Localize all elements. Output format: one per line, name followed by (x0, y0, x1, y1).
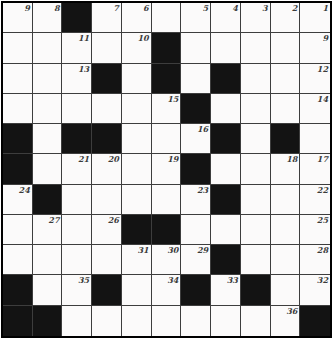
cell-r9c10[interactable] (271, 245, 301, 275)
clue-number-20: 20 (108, 154, 119, 164)
black-cell-r5c4 (92, 124, 122, 154)
cell-r9c5[interactable]: 31 (122, 245, 152, 275)
black-cell-r3c6 (152, 64, 182, 94)
cell-r1c5[interactable]: 6 (122, 3, 152, 33)
clue-number-4: 4 (232, 3, 238, 13)
clue-number-24: 24 (19, 185, 30, 195)
clue-number-32: 32 (317, 275, 328, 285)
cell-r9c9[interactable] (241, 245, 271, 275)
clue-number-29: 29 (197, 245, 208, 255)
black-cell-r10c9 (241, 275, 271, 305)
cell-r2c3[interactable]: 11 (62, 33, 92, 63)
black-cell-r7c8 (211, 185, 241, 215)
clue-number-30: 30 (167, 245, 178, 255)
cell-r7c6[interactable] (152, 185, 182, 215)
cell-r2c2[interactable] (33, 33, 63, 63)
cell-r7c5[interactable] (122, 185, 152, 215)
cell-r5c2[interactable] (33, 124, 63, 154)
black-cell-r9c8 (211, 245, 241, 275)
clue-number-6: 6 (143, 3, 149, 13)
cell-r3c1[interactable] (3, 64, 33, 94)
black-cell-r8c6 (152, 215, 182, 245)
cell-r7c11[interactable]: 22 (300, 185, 330, 215)
cell-r9c4[interactable] (92, 245, 122, 275)
cell-r9c1[interactable] (3, 245, 33, 275)
clue-number-17: 17 (317, 154, 328, 164)
cell-r1c8[interactable]: 4 (211, 3, 241, 33)
clue-number-25: 25 (317, 215, 328, 225)
black-cell-r8c5 (122, 215, 152, 245)
black-cell-r3c4 (92, 64, 122, 94)
cell-r7c9[interactable] (241, 185, 271, 215)
cell-r8c10[interactable] (271, 215, 301, 245)
cell-r2c1[interactable] (3, 33, 33, 63)
cell-r2c7[interactable] (181, 33, 211, 63)
cell-r4c6[interactable]: 15 (152, 94, 182, 124)
cell-r3c2[interactable] (33, 64, 63, 94)
cell-r1c11[interactable]: 1 (300, 3, 330, 33)
cell-r7c7[interactable]: 23 (181, 185, 211, 215)
black-cell-r11c2 (33, 306, 63, 336)
cell-r2c9[interactable] (241, 33, 271, 63)
cell-r4c11[interactable]: 14 (300, 94, 330, 124)
cell-r11c5[interactable] (122, 306, 152, 336)
clue-number-9: 9 (322, 33, 328, 43)
clue-number-14: 14 (317, 94, 328, 104)
black-cell-r11c1 (3, 306, 33, 336)
black-cell-r1c3 (62, 3, 92, 33)
cell-r8c2[interactable]: 27 (33, 215, 63, 245)
cell-r6c11[interactable]: 17 (300, 154, 330, 184)
cell-r11c8[interactable] (211, 306, 241, 336)
clue-number-3: 3 (262, 3, 268, 13)
cell-r8c9[interactable] (241, 215, 271, 245)
black-cell-r11c11 (300, 306, 330, 336)
crossword-grid: 9876543211110913121514162120191817242322… (1, 1, 332, 338)
cell-r4c1[interactable] (3, 94, 33, 124)
clue-number-34: 34 (167, 275, 178, 285)
cell-r2c11[interactable]: 9 (300, 33, 330, 63)
cell-r6c6[interactable]: 19 (152, 154, 182, 184)
black-cell-r5c8 (211, 124, 241, 154)
cell-r10c8[interactable]: 33 (211, 275, 241, 305)
cell-r6c3[interactable]: 21 (62, 154, 92, 184)
clue-number-1: 1 (322, 3, 328, 13)
cell-r11c6[interactable] (152, 306, 182, 336)
cell-r11c7[interactable] (181, 306, 211, 336)
cell-r8c7[interactable] (181, 215, 211, 245)
cell-r1c1[interactable]: 9 (3, 3, 33, 33)
cell-r7c10[interactable] (271, 185, 301, 215)
black-cell-r10c7 (181, 275, 211, 305)
clue-number-5: 5 (203, 3, 209, 13)
cell-r5c11[interactable] (300, 124, 330, 154)
clue-number-7: 7 (113, 3, 119, 13)
cell-r2c5[interactable]: 10 (122, 33, 152, 63)
cell-r10c2[interactable] (33, 275, 63, 305)
clue-number-23: 23 (197, 185, 208, 195)
clue-number-21: 21 (78, 154, 89, 164)
cell-r2c4[interactable] (92, 33, 122, 63)
black-cell-r6c7 (181, 154, 211, 184)
cell-r6c9[interactable] (241, 154, 271, 184)
cell-r4c3[interactable] (62, 94, 92, 124)
black-cell-r3c8 (211, 64, 241, 94)
black-cell-r2c6 (152, 33, 182, 63)
cell-r1c4[interactable]: 7 (92, 3, 122, 33)
clue-number-28: 28 (317, 245, 328, 255)
cell-r2c10[interactable] (271, 33, 301, 63)
clue-number-10: 10 (137, 33, 148, 43)
clue-number-36: 36 (286, 306, 297, 316)
black-cell-r5c10 (271, 124, 301, 154)
cell-r3c11[interactable]: 12 (300, 64, 330, 94)
cell-r4c5[interactable] (122, 94, 152, 124)
cell-r6c2[interactable] (33, 154, 63, 184)
clue-number-33: 33 (227, 275, 238, 285)
black-cell-r7c2 (33, 185, 63, 215)
cell-r8c3[interactable] (62, 215, 92, 245)
black-cell-r4c7 (181, 94, 211, 124)
cell-r9c7[interactable]: 29 (181, 245, 211, 275)
clue-number-35: 35 (78, 275, 89, 285)
clue-number-12: 12 (317, 64, 328, 74)
cell-r10c6[interactable]: 34 (152, 275, 182, 305)
black-cell-r10c1 (3, 275, 33, 305)
clue-number-11: 11 (78, 33, 89, 43)
cell-r8c1[interactable] (3, 215, 33, 245)
cell-r9c11[interactable]: 28 (300, 245, 330, 275)
cell-r7c1[interactable]: 24 (3, 185, 33, 215)
cell-r11c4[interactable] (92, 306, 122, 336)
clue-number-22: 22 (317, 185, 328, 195)
black-cell-r5c3 (62, 124, 92, 154)
cell-r2c8[interactable] (211, 33, 241, 63)
cell-r6c8[interactable] (211, 154, 241, 184)
cell-r5c6[interactable] (152, 124, 182, 154)
cell-r4c10[interactable] (271, 94, 301, 124)
cell-r10c10[interactable] (271, 275, 301, 305)
clue-number-15: 15 (167, 94, 178, 104)
cell-r11c10[interactable]: 36 (271, 306, 301, 336)
cell-r6c4[interactable]: 20 (92, 154, 122, 184)
black-cell-r5c1 (3, 124, 33, 154)
cell-r3c9[interactable] (241, 64, 271, 94)
cell-r10c3[interactable]: 35 (62, 275, 92, 305)
black-cell-r10c4 (92, 275, 122, 305)
clue-number-18: 18 (286, 154, 297, 164)
cell-r3c5[interactable] (122, 64, 152, 94)
cell-r3c3[interactable]: 13 (62, 64, 92, 94)
clue-number-31: 31 (137, 245, 148, 255)
cell-r4c9[interactable] (241, 94, 271, 124)
cell-r3c7[interactable] (181, 64, 211, 94)
cell-r11c3[interactable] (62, 306, 92, 336)
cell-r7c4[interactable] (92, 185, 122, 215)
cell-r4c2[interactable] (33, 94, 63, 124)
cell-r3c10[interactable] (271, 64, 301, 94)
cell-r10c11[interactable]: 32 (300, 275, 330, 305)
cell-r5c7[interactable]: 16 (181, 124, 211, 154)
cell-r8c11[interactable]: 25 (300, 215, 330, 245)
clue-number-9: 9 (24, 3, 30, 13)
cell-r1c6[interactable] (152, 3, 182, 33)
cell-r9c2[interactable] (33, 245, 63, 275)
cell-r1c9[interactable]: 3 (241, 3, 271, 33)
clue-number-2: 2 (292, 3, 298, 13)
cell-r1c7[interactable]: 5 (181, 3, 211, 33)
cell-r4c4[interactable] (92, 94, 122, 124)
cell-r6c5[interactable] (122, 154, 152, 184)
cell-r6c10[interactable]: 18 (271, 154, 301, 184)
clue-number-26: 26 (108, 215, 119, 225)
cell-r7c3[interactable] (62, 185, 92, 215)
cell-r4c8[interactable] (211, 94, 241, 124)
cell-r8c8[interactable] (211, 215, 241, 245)
cell-r11c9[interactable] (241, 306, 271, 336)
cell-r8c4[interactable]: 26 (92, 215, 122, 245)
clue-number-27: 27 (48, 215, 59, 225)
cell-r9c3[interactable] (62, 245, 92, 275)
clue-number-16: 16 (197, 124, 208, 134)
cell-r9c6[interactable]: 30 (152, 245, 182, 275)
cell-r10c5[interactable] (122, 275, 152, 305)
cell-r1c10[interactable]: 2 (271, 3, 301, 33)
clue-number-8: 8 (54, 3, 60, 13)
cell-r5c5[interactable] (122, 124, 152, 154)
cell-r1c2[interactable]: 8 (33, 3, 63, 33)
clue-number-13: 13 (78, 64, 89, 74)
cell-r5c9[interactable] (241, 124, 271, 154)
black-cell-r6c1 (3, 154, 33, 184)
clue-number-19: 19 (167, 154, 178, 164)
